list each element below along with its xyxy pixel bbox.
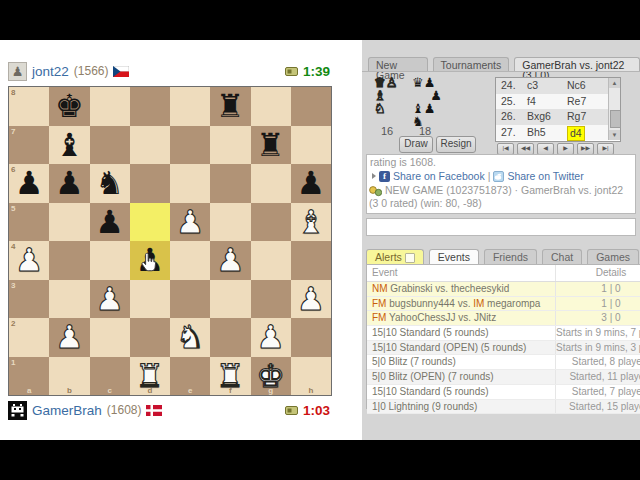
black-move[interactable]: Re7 bbox=[567, 94, 605, 110]
square-h7[interactable] bbox=[291, 126, 331, 165]
square-b2[interactable]: ♟ bbox=[49, 318, 89, 357]
event-details: 1 | 0 bbox=[555, 282, 640, 296]
new-game-icon bbox=[369, 185, 382, 197]
collapse-arrow-icon[interactable] bbox=[372, 173, 376, 179]
square-g6[interactable] bbox=[251, 164, 291, 203]
tab-friends[interactable]: Friends bbox=[484, 249, 537, 265]
square-g7[interactable]: ♜ bbox=[251, 126, 291, 165]
move-number: 24. bbox=[496, 78, 527, 94]
move-number: 26. bbox=[496, 109, 527, 125]
file-label-c: c bbox=[107, 386, 111, 395]
file-label-g: g bbox=[268, 386, 273, 395]
square-e7[interactable] bbox=[170, 126, 210, 165]
event-text: 5|0 Blitz (7 rounds) bbox=[372, 356, 456, 367]
player-rating-bottom: (1608) bbox=[107, 403, 142, 417]
rank-label-7: 7 bbox=[11, 127, 15, 136]
event-row[interactable]: 15|10 Standard (5 rounds)Starts in 9 min… bbox=[367, 326, 640, 341]
event-row[interactable]: 5|0 Blitz (OPEN) (7 rounds)Started, 11 p… bbox=[367, 370, 640, 385]
square-d1[interactable]: d♜ bbox=[130, 357, 170, 396]
square-f8[interactable]: ♜ bbox=[210, 87, 250, 126]
tab-events[interactable]: Events bbox=[429, 249, 479, 265]
square-e1[interactable]: e bbox=[170, 357, 210, 396]
square-e6[interactable] bbox=[170, 164, 210, 203]
file-label-b: b bbox=[67, 386, 72, 395]
square-b6[interactable]: ♟ bbox=[49, 164, 89, 203]
new-game-announcement[interactable]: NEW GAME (1023751873) · GamerBrah vs. jo… bbox=[369, 184, 632, 210]
square-d6[interactable] bbox=[130, 164, 170, 203]
square-b8[interactable]: ♚ bbox=[49, 87, 89, 126]
file-label-a: a bbox=[27, 386, 31, 395]
event-details: Starts in 9 mins, 3 players bbox=[555, 341, 640, 355]
event-details: 3 | 0 bbox=[555, 311, 640, 325]
player-title: FM bbox=[372, 312, 386, 323]
player-title: IM bbox=[473, 298, 484, 309]
square-d3[interactable] bbox=[130, 280, 170, 319]
file-label-h: h bbox=[308, 386, 313, 395]
clock-bottom: 1:03 bbox=[303, 403, 330, 418]
event-row[interactable]: 5|0 Blitz (7 rounds)Started, 8 players bbox=[367, 355, 640, 370]
square-e4[interactable] bbox=[170, 241, 210, 280]
event-name: 1|0 Lightning (9 rounds) bbox=[367, 401, 477, 412]
rank-label-5: 5 bbox=[11, 204, 15, 213]
game-console: rating is 1608. f Share on Facebook | Sh… bbox=[366, 154, 636, 214]
events-panel: Event Details NM Grabinski vs. thecheesy… bbox=[366, 264, 640, 409]
square-g8[interactable] bbox=[251, 87, 291, 126]
scrollbar-thumb[interactable] bbox=[610, 110, 621, 128]
square-a8[interactable]: 8 bbox=[9, 87, 49, 126]
tab-gamerbrah-vs-jont22-3-0-[interactable]: GamerBrah vs. jont22 (3 | 0) bbox=[514, 57, 640, 72]
events-header-details: Details bbox=[555, 265, 640, 281]
twitter-icon[interactable] bbox=[493, 171, 504, 182]
event-row[interactable]: NM Grabinski vs. thecheesykid1 | 0 bbox=[367, 282, 640, 297]
square-f6[interactable] bbox=[210, 164, 250, 203]
square-f2[interactable] bbox=[210, 318, 250, 357]
tab-label: Games bbox=[596, 252, 630, 263]
event-details: Started, 15 players bbox=[555, 400, 640, 414]
event-text: 15|10 Standard (OPEN) (5 rounds) bbox=[372, 342, 526, 353]
square-c5[interactable]: ♟ bbox=[90, 203, 130, 242]
white-piece-b2[interactable]: ♟ bbox=[55, 319, 84, 355]
tab-label: Friends bbox=[493, 252, 528, 263]
events-header-event: Event bbox=[367, 267, 398, 278]
event-name: FM YahooChessJJ vs. JNitz bbox=[367, 312, 496, 323]
white-piece-h3[interactable]: ♟ bbox=[297, 281, 326, 317]
tab-tournaments[interactable]: Tournaments bbox=[433, 57, 510, 72]
event-text: bugsbunny444 vs. bbox=[386, 298, 473, 309]
event-row[interactable]: FM bugsbunny444 vs. IM megarompa1 | 0 bbox=[367, 297, 640, 312]
square-c1[interactable]: c bbox=[90, 357, 130, 396]
square-c8[interactable] bbox=[90, 87, 130, 126]
tab-chat[interactable]: Chat bbox=[542, 249, 582, 265]
tab-label: Chat bbox=[551, 252, 573, 263]
square-g5[interactable] bbox=[251, 203, 291, 242]
event-details: 1 | 0 bbox=[555, 297, 640, 311]
square-a7[interactable]: 7 bbox=[9, 126, 49, 165]
square-e2[interactable]: ♞ bbox=[170, 318, 210, 357]
white-piece-g2[interactable]: ♟ bbox=[256, 319, 285, 355]
player-rating-top: (1566) bbox=[74, 64, 109, 78]
square-g1[interactable]: g♚ bbox=[251, 357, 291, 396]
move-row-27: 27.Bh5d4 bbox=[496, 125, 608, 141]
event-text: YahooChessJJ vs. JNitz bbox=[386, 312, 496, 323]
move-number: 27. bbox=[496, 125, 527, 141]
event-name: 5|0 Blitz (OPEN) (7 rounds) bbox=[367, 371, 494, 382]
black-move[interactable]: Nc6 bbox=[567, 78, 605, 94]
move-row-25: 25.f4Re7 bbox=[496, 94, 608, 110]
event-row[interactable]: FM YahooChessJJ vs. JNitz3 | 0 bbox=[367, 311, 640, 326]
resign-button[interactable]: Resign bbox=[436, 136, 476, 153]
rank-label-3: 3 bbox=[11, 281, 15, 290]
white-piece-c3[interactable]: ♟ bbox=[95, 281, 124, 317]
white-piece-f4[interactable]: ♟ bbox=[216, 242, 245, 278]
square-c7[interactable] bbox=[90, 126, 130, 165]
event-details: Started, 11 players bbox=[555, 370, 640, 384]
square-d7[interactable] bbox=[130, 126, 170, 165]
file-label-f: f bbox=[229, 386, 232, 395]
scroll-up-icon[interactable]: ▲ bbox=[609, 78, 620, 88]
black-piece-c5[interactable]: ♟ bbox=[95, 204, 124, 240]
chess-board[interactable]: 8♚♜7♝♜6♟♟♞♟5♟♟♝4♟♟♟3♟♟2♟♞♟1abcd♜ef♜g♚h bbox=[8, 86, 332, 396]
move-row-26: 26.Bxg6Rg7 bbox=[496, 109, 608, 125]
tab-games[interactable]: Games bbox=[587, 249, 639, 265]
event-name: 15|10 Standard (5 rounds) bbox=[367, 327, 489, 338]
square-h6[interactable]: ♟ bbox=[291, 164, 331, 203]
player-name-top[interactable]: jont22 bbox=[32, 64, 69, 79]
move-list[interactable]: 24.c3Nc625.f4Re726.Bxg6Rg727.Bh5d4 ▲ ▼ bbox=[495, 77, 621, 142]
mouse-hand-cursor bbox=[140, 253, 157, 274]
file-label-d: d bbox=[147, 386, 152, 395]
square-d2[interactable] bbox=[130, 318, 170, 357]
captured-white-pieces: ♕♙♗♘ bbox=[374, 76, 404, 115]
player-bar-top: ♟ jont22 (1566) 1:39 bbox=[8, 58, 330, 84]
white-move[interactable]: f4 bbox=[527, 94, 567, 110]
danish-flag-icon bbox=[146, 405, 162, 416]
move-row-24: 24.c3Nc6 bbox=[496, 78, 608, 94]
black-piece-a6[interactable]: ♟ bbox=[15, 165, 44, 201]
tab-label: Events bbox=[438, 252, 470, 263]
live-chess-screenshot: ♟ jont22 (1566) 1:39 8♚♜7♝♜6♟♟♞♟5♟♟♝4♟♟♟… bbox=[0, 0, 640, 480]
black-move[interactable]: d4 bbox=[567, 125, 605, 141]
alerts-badge bbox=[405, 253, 415, 263]
draw-button[interactable]: Draw bbox=[399, 136, 433, 153]
rating-message: rating is 1608. bbox=[370, 156, 635, 168]
black-piece-b6[interactable]: ♟ bbox=[55, 165, 84, 201]
event-text: 15|10 Standard (5 rounds) bbox=[372, 327, 489, 338]
captured-black-pieces: ♛♟♟♝♟♞ bbox=[412, 76, 442, 128]
share-row: f Share on Facebook | Share on Twitter bbox=[372, 170, 635, 182]
square-b7[interactable]: ♝ bbox=[49, 126, 89, 165]
event-name: NM Grabinski vs. thecheesykid bbox=[367, 283, 509, 294]
chat-input[interactable] bbox=[366, 218, 636, 236]
square-e5[interactable]: ♟ bbox=[170, 203, 210, 242]
square-a6[interactable]: 6♟ bbox=[9, 164, 49, 203]
square-a4[interactable]: 4♟ bbox=[9, 241, 49, 280]
rank-label-2: 2 bbox=[11, 319, 15, 328]
square-b1[interactable]: b bbox=[49, 357, 89, 396]
square-d5[interactable] bbox=[130, 203, 170, 242]
avatar-gamerbrah[interactable] bbox=[8, 401, 27, 420]
tab-label: Alerts bbox=[375, 252, 402, 263]
square-b4[interactable] bbox=[49, 241, 89, 280]
captured-white-points: 16 bbox=[372, 125, 402, 137]
square-e8[interactable] bbox=[170, 87, 210, 126]
move-number: 25. bbox=[496, 94, 527, 110]
square-f5[interactable] bbox=[210, 203, 250, 242]
rank-label-8: 8 bbox=[11, 88, 15, 97]
square-f4[interactable]: ♟ bbox=[210, 241, 250, 280]
black-piece-b8[interactable]: ♚ bbox=[55, 88, 84, 124]
square-g2[interactable]: ♟ bbox=[251, 318, 291, 357]
black-piece-c6[interactable]: ♞ bbox=[95, 165, 124, 201]
rank-label-4: 4 bbox=[11, 242, 15, 251]
white-move[interactable]: Bxg6 bbox=[527, 109, 567, 125]
tab-bar-divider bbox=[362, 71, 640, 72]
square-a5[interactable]: 5 bbox=[9, 203, 49, 242]
content-area: ♟ jont22 (1566) 1:39 8♚♜7♝♜6♟♟♞♟5♟♟♝4♟♟♟… bbox=[0, 40, 640, 440]
rank-label-6: 6 bbox=[11, 165, 15, 174]
square-c4[interactable] bbox=[90, 241, 130, 280]
captured-white-row: ♘ bbox=[374, 102, 404, 115]
square-f3[interactable] bbox=[210, 280, 250, 319]
event-text: Grabinski vs. thecheesykid bbox=[388, 283, 510, 294]
black-move[interactable]: Rg7 bbox=[567, 109, 605, 125]
czech-flag-icon bbox=[113, 66, 129, 77]
social-tab-bar: AlertsEventsFriendsChatGames bbox=[366, 249, 639, 265]
black-piece-b7[interactable]: ♝ bbox=[55, 127, 84, 163]
square-a3[interactable]: 3 bbox=[9, 280, 49, 319]
square-d8[interactable] bbox=[130, 87, 170, 126]
events-table-header: Event Details bbox=[367, 265, 640, 282]
square-h5[interactable]: ♝ bbox=[291, 203, 331, 242]
file-label-e: e bbox=[188, 386, 192, 395]
game-tab-bar: New GameTournamentsGamerBrah vs. jont22 … bbox=[368, 57, 640, 72]
square-c3[interactable]: ♟ bbox=[90, 280, 130, 319]
square-f1[interactable]: f♜ bbox=[210, 357, 250, 396]
tab-alerts[interactable]: Alerts bbox=[366, 249, 424, 265]
player-name-bottom[interactable]: GamerBrah bbox=[32, 403, 102, 418]
square-f7[interactable] bbox=[210, 126, 250, 165]
square-h3[interactable]: ♟ bbox=[291, 280, 331, 319]
square-g3[interactable] bbox=[251, 280, 291, 319]
square-e3[interactable] bbox=[170, 280, 210, 319]
white-piece-h5[interactable]: ♝ bbox=[297, 204, 326, 240]
player-title: FM bbox=[372, 298, 386, 309]
event-text: 1|0 Lightning (9 rounds) bbox=[372, 401, 477, 412]
event-row[interactable]: 15|10 Standard (OPEN) (5 rounds)Starts i… bbox=[367, 341, 640, 356]
event-text: megarompa bbox=[484, 298, 540, 309]
event-text: 15|10 Standard (5 rounds) bbox=[372, 386, 489, 397]
event-name: 5|0 Blitz (7 rounds) bbox=[367, 356, 456, 367]
rank-label-1: 1 bbox=[11, 358, 15, 367]
event-details: Starts in 9 mins, 7 players bbox=[555, 326, 640, 340]
share-divider: | bbox=[488, 170, 491, 182]
clock-top: 1:39 bbox=[303, 64, 330, 79]
player-title: NM bbox=[372, 283, 388, 294]
live-monitor-icon bbox=[285, 67, 298, 76]
square-a1[interactable]: 1a bbox=[9, 357, 49, 396]
square-c2[interactable] bbox=[90, 318, 130, 357]
move-list-scrollbar[interactable]: ▲ ▼ bbox=[608, 78, 620, 140]
event-details: Started, 7 players bbox=[555, 385, 640, 399]
white-move[interactable]: c3 bbox=[527, 78, 567, 94]
event-name: 15|10 Standard (OPEN) (5 rounds) bbox=[367, 342, 526, 353]
player-bar-bottom: GamerBrah (1608) 1:03 bbox=[8, 397, 330, 423]
square-h4[interactable] bbox=[291, 241, 331, 280]
live-monitor-icon bbox=[285, 406, 298, 415]
black-piece-g7[interactable]: ♜ bbox=[256, 127, 285, 163]
black-piece-f8[interactable]: ♜ bbox=[216, 88, 245, 124]
share-facebook-link[interactable]: Share on Facebook bbox=[393, 170, 485, 182]
square-g4[interactable] bbox=[251, 241, 291, 280]
event-row[interactable]: 15|10 Standard (5 rounds)Started, 7 play… bbox=[367, 385, 640, 400]
scroll-down-icon[interactable]: ▼ bbox=[609, 130, 620, 140]
square-h2[interactable] bbox=[291, 318, 331, 357]
white-move[interactable]: Bh5 bbox=[527, 125, 567, 141]
white-piece-a4[interactable]: ♟ bbox=[15, 242, 44, 278]
square-a2[interactable]: 2 bbox=[9, 318, 49, 357]
tab-new-game[interactable]: New Game bbox=[368, 57, 428, 72]
event-details: Started, 8 players bbox=[555, 355, 640, 369]
white-piece-e5[interactable]: ♟ bbox=[176, 204, 205, 240]
event-name: FM bugsbunny444 vs. IM megarompa bbox=[367, 298, 540, 309]
square-h8[interactable] bbox=[291, 87, 331, 126]
white-piece-e2[interactable]: ♞ bbox=[176, 319, 205, 355]
avatar-jont22[interactable]: ♟ bbox=[8, 62, 27, 81]
event-row[interactable]: 1|0 Lightning (9 rounds)Started, 15 play… bbox=[367, 400, 640, 415]
square-b3[interactable] bbox=[49, 280, 89, 319]
event-text: 5|0 Blitz (OPEN) (7 rounds) bbox=[372, 371, 494, 382]
black-piece-h6[interactable]: ♟ bbox=[297, 165, 326, 201]
share-twitter-link[interactable]: Share on Twitter bbox=[507, 170, 583, 182]
facebook-icon[interactable]: f bbox=[379, 171, 390, 182]
square-c6[interactable]: ♞ bbox=[90, 164, 130, 203]
square-b5[interactable] bbox=[49, 203, 89, 242]
event-name: 15|10 Standard (5 rounds) bbox=[367, 386, 489, 397]
square-h1[interactable]: h bbox=[291, 357, 331, 396]
